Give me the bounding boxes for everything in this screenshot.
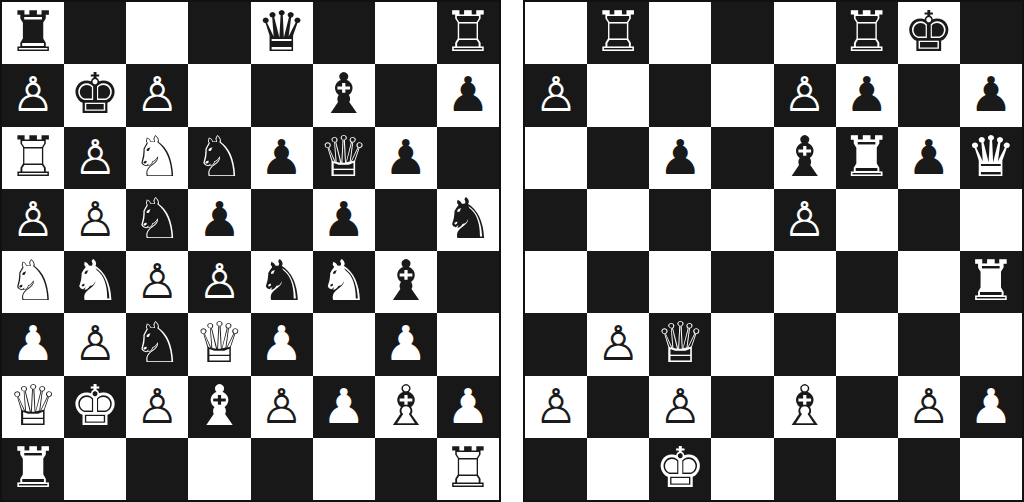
white-bishop-piece: ♗ <box>381 378 431 434</box>
square-a6[interactable] <box>525 127 587 189</box>
square-c8[interactable] <box>126 2 188 64</box>
square-g1[interactable] <box>375 438 437 500</box>
square-e1[interactable] <box>251 438 313 500</box>
white-pawn-piece: ♙ <box>659 382 702 430</box>
square-g8[interactable] <box>375 2 437 64</box>
white-knight-piece: ♞ <box>319 253 369 309</box>
square-e3[interactable]: ♟ <box>251 313 313 375</box>
square-h6[interactable]: ♛ <box>960 127 1022 189</box>
square-b5[interactable] <box>587 189 649 251</box>
black-pawn-piece: ♙ <box>535 70 578 118</box>
black-rook-piece: ♜ <box>8 4 58 60</box>
square-b2[interactable] <box>587 376 649 438</box>
square-c7[interactable] <box>649 64 711 126</box>
white-rook-piece: ♜ <box>966 253 1016 309</box>
square-f2[interactable]: ♟ <box>313 376 375 438</box>
square-e7[interactable]: ♙ <box>774 64 836 126</box>
square-b8[interactable]: ♖ <box>587 2 649 64</box>
white-pawn-piece: ♙ <box>260 382 303 430</box>
square-c4[interactable]: ♙ <box>126 251 188 313</box>
square-d2[interactable] <box>711 376 773 438</box>
square-c3[interactable]: ♕ <box>649 313 711 375</box>
square-f6[interactable]: ♕ <box>313 127 375 189</box>
square-d8[interactable] <box>188 2 250 64</box>
square-c3[interactable]: ♘ <box>126 313 188 375</box>
black-pawn-piece: ♙ <box>12 70 55 118</box>
white-queen-piece: ♕ <box>8 378 58 434</box>
square-c1[interactable]: ♚ <box>649 438 711 500</box>
square-d8[interactable] <box>711 2 773 64</box>
black-pawn-piece: ♙ <box>12 195 55 243</box>
white-knight-piece: ♞ <box>70 253 120 309</box>
black-pawn-piece: ♙ <box>136 70 179 118</box>
square-a2[interactable]: ♙ <box>525 376 587 438</box>
square-h8[interactable] <box>960 2 1022 64</box>
square-h8[interactable]: ♖ <box>437 2 499 64</box>
square-g5[interactable] <box>375 189 437 251</box>
square-b6[interactable]: ♙ <box>64 127 126 189</box>
square-d3[interactable] <box>711 313 773 375</box>
square-b6[interactable] <box>587 127 649 189</box>
black-pawn-piece: ♟ <box>446 70 489 118</box>
white-pawn-piece: ♙ <box>74 319 117 367</box>
white-pawn-piece: ♟ <box>969 382 1012 430</box>
square-h1[interactable] <box>960 438 1022 500</box>
square-b4[interactable] <box>587 251 649 313</box>
square-f4[interactable] <box>836 251 898 313</box>
square-b1[interactable] <box>64 438 126 500</box>
black-knight-piece: ♘ <box>194 129 244 185</box>
square-e8[interactable]: ♛ <box>251 2 313 64</box>
square-f8[interactable] <box>313 2 375 64</box>
square-c5[interactable] <box>649 189 711 251</box>
square-e2[interactable]: ♗ <box>774 376 836 438</box>
square-g7[interactable] <box>898 64 960 126</box>
square-e1[interactable] <box>774 438 836 500</box>
square-c5[interactable]: ♘ <box>126 189 188 251</box>
white-rook-piece: ♜ <box>8 440 58 496</box>
black-bishop-piece: ♝ <box>779 129 829 185</box>
square-b5[interactable]: ♙ <box>64 189 126 251</box>
white-knight-piece: ♘ <box>8 253 58 309</box>
square-g3[interactable]: ♟ <box>375 313 437 375</box>
black-bishop-piece: ♝ <box>319 66 369 122</box>
square-h7[interactable]: ♟ <box>960 64 1022 126</box>
square-h5[interactable]: ♞ <box>437 189 499 251</box>
white-pawn-piece: ♙ <box>907 382 950 430</box>
square-d1[interactable] <box>188 438 250 500</box>
black-pawn-piece: ♙ <box>783 195 826 243</box>
black-knight-piece: ♘ <box>132 191 182 247</box>
square-f2[interactable] <box>836 376 898 438</box>
white-pawn-piece: ♙ <box>597 319 640 367</box>
black-pawn-piece: ♟ <box>384 133 427 181</box>
black-pawn-piece: ♙ <box>783 70 826 118</box>
square-b3[interactable]: ♙ <box>587 313 649 375</box>
square-e8[interactable] <box>774 2 836 64</box>
square-a7[interactable]: ♙ <box>525 64 587 126</box>
square-a8[interactable] <box>525 2 587 64</box>
square-a2[interactable]: ♕ <box>2 376 64 438</box>
square-h3[interactable] <box>437 313 499 375</box>
square-g2[interactable]: ♙ <box>898 376 960 438</box>
square-f1[interactable] <box>836 438 898 500</box>
square-b8[interactable] <box>64 2 126 64</box>
square-c2[interactable]: ♙ <box>126 376 188 438</box>
white-queen-piece: ♛ <box>966 129 1016 185</box>
square-g5[interactable] <box>898 189 960 251</box>
white-pawn-piece: ♟ <box>446 382 489 430</box>
square-a5[interactable] <box>525 189 587 251</box>
square-f7[interactable]: ♟ <box>836 64 898 126</box>
white-pawn-piece: ♟ <box>260 319 303 367</box>
square-e2[interactable]: ♙ <box>251 376 313 438</box>
black-pawn-piece: ♟ <box>260 133 303 181</box>
white-pawn-piece: ♙ <box>136 257 179 305</box>
white-pawn-piece: ♟ <box>12 319 55 367</box>
white-pawn-piece: ♙ <box>535 382 578 430</box>
square-f5[interactable]: ♟ <box>313 189 375 251</box>
black-rook-piece: ♖ <box>593 4 643 60</box>
square-b7[interactable]: ♚ <box>64 64 126 126</box>
square-a4[interactable]: ♘ <box>2 251 64 313</box>
square-c6[interactable]: ♘ <box>126 127 188 189</box>
black-pawn-piece: ♙ <box>74 133 117 181</box>
black-knight-piece: ♞ <box>443 191 493 247</box>
square-a5[interactable]: ♙ <box>2 189 64 251</box>
square-f7[interactable]: ♝ <box>313 64 375 126</box>
white-bishop-piece: ♝ <box>194 378 244 434</box>
square-e5[interactable] <box>251 189 313 251</box>
white-pawn-piece: ♙ <box>74 195 117 243</box>
square-f3[interactable] <box>836 313 898 375</box>
white-rook-piece: ♖ <box>8 129 58 185</box>
white-rook-piece: ♜ <box>842 129 892 185</box>
square-f5[interactable] <box>836 189 898 251</box>
black-rook-piece: ♖ <box>443 4 493 60</box>
square-h6[interactable] <box>437 127 499 189</box>
square-g1[interactable] <box>898 438 960 500</box>
square-h5[interactable] <box>960 189 1022 251</box>
square-d6[interactable]: ♘ <box>188 127 250 189</box>
black-king-piece: ♚ <box>904 4 954 60</box>
square-h7[interactable]: ♟ <box>437 64 499 126</box>
black-pawn-piece: ♟ <box>969 70 1012 118</box>
square-d5[interactable]: ♟ <box>188 189 250 251</box>
square-f3[interactable] <box>313 313 375 375</box>
square-b4[interactable]: ♞ <box>64 251 126 313</box>
square-a8[interactable]: ♜ <box>2 2 64 64</box>
white-pawn-piece: ♟ <box>384 319 427 367</box>
square-d7[interactable] <box>188 64 250 126</box>
square-g3[interactable] <box>898 313 960 375</box>
square-e4[interactable]: ♞ <box>251 251 313 313</box>
square-c4[interactable] <box>649 251 711 313</box>
square-e4[interactable] <box>774 251 836 313</box>
square-e6[interactable]: ♟ <box>251 127 313 189</box>
square-g6[interactable]: ♟ <box>898 127 960 189</box>
square-d3[interactable]: ♕ <box>188 313 250 375</box>
square-h4[interactable] <box>437 251 499 313</box>
square-h4[interactable]: ♜ <box>960 251 1022 313</box>
black-queen-piece: ♛ <box>256 4 306 60</box>
square-a7[interactable]: ♙ <box>2 64 64 126</box>
square-a1[interactable]: ♜ <box>2 438 64 500</box>
left-board: ♜♛♖♙♚♙♝♟♖♙♘♘♟♕♟♙♙♘♟♟♞♘♞♙♙♞♞♝♟♙♘♕♟♟♕♚♙♝♙♟… <box>0 0 501 502</box>
black-pawn-piece: ♟ <box>198 195 241 243</box>
square-b2[interactable]: ♚ <box>64 376 126 438</box>
black-queen-piece: ♕ <box>655 315 705 371</box>
square-f6[interactable]: ♜ <box>836 127 898 189</box>
square-a4[interactable] <box>525 251 587 313</box>
square-d4[interactable] <box>711 251 773 313</box>
black-pawn-piece: ♟ <box>659 133 702 181</box>
square-e5[interactable]: ♙ <box>774 189 836 251</box>
square-d6[interactable] <box>711 127 773 189</box>
black-rook-piece: ♖ <box>842 4 892 60</box>
square-f8[interactable]: ♖ <box>836 2 898 64</box>
square-b3[interactable]: ♙ <box>64 313 126 375</box>
square-a1[interactable] <box>525 438 587 500</box>
square-e6[interactable]: ♝ <box>774 127 836 189</box>
square-b1[interactable] <box>587 438 649 500</box>
square-g7[interactable] <box>375 64 437 126</box>
square-c1[interactable] <box>126 438 188 500</box>
black-pawn-piece: ♟ <box>907 133 950 181</box>
square-d7[interactable] <box>711 64 773 126</box>
black-pawn-piece: ♟ <box>322 195 365 243</box>
square-h2[interactable]: ♟ <box>960 376 1022 438</box>
square-g8[interactable]: ♚ <box>898 2 960 64</box>
white-pawn-piece: ♙ <box>136 382 179 430</box>
square-e3[interactable] <box>774 313 836 375</box>
black-pawn-piece: ♟ <box>845 70 888 118</box>
black-knight-piece: ♘ <box>132 315 182 371</box>
chess-diagram: ♜♛♖♙♚♙♝♟♖♙♘♘♟♕♟♙♙♘♟♟♞♘♞♙♙♞♞♝♟♙♘♕♟♟♕♚♙♝♙♟… <box>0 0 1024 502</box>
black-bishop-piece: ♝ <box>381 253 431 309</box>
square-h1[interactable]: ♖ <box>437 438 499 500</box>
white-queen-piece: ♕ <box>194 315 244 371</box>
square-c2[interactable]: ♙ <box>649 376 711 438</box>
white-king-piece: ♚ <box>70 378 120 434</box>
square-c8[interactable] <box>649 2 711 64</box>
square-d1[interactable] <box>711 438 773 500</box>
square-b7[interactable] <box>587 64 649 126</box>
square-c6[interactable]: ♟ <box>649 127 711 189</box>
square-c7[interactable]: ♙ <box>126 64 188 126</box>
square-g4[interactable] <box>898 251 960 313</box>
black-queen-piece: ♕ <box>319 129 369 185</box>
square-h2[interactable]: ♟ <box>437 376 499 438</box>
white-rook-piece: ♖ <box>443 440 493 496</box>
square-a3[interactable]: ♟ <box>2 313 64 375</box>
square-g2[interactable]: ♗ <box>375 376 437 438</box>
square-d2[interactable]: ♝ <box>188 376 250 438</box>
square-g4[interactable]: ♝ <box>375 251 437 313</box>
white-king-piece: ♚ <box>655 440 705 496</box>
square-f1[interactable] <box>313 438 375 500</box>
black-king-piece: ♚ <box>70 66 120 122</box>
black-pawn-piece: ♙ <box>198 257 241 305</box>
square-d5[interactable] <box>711 189 773 251</box>
square-e7[interactable] <box>251 64 313 126</box>
white-pawn-piece: ♟ <box>322 382 365 430</box>
square-a6[interactable]: ♖ <box>2 127 64 189</box>
right-board: ♖♖♚♙♙♟♟♟♝♜♟♛♙♜♙♕♙♙♗♙♟♚ <box>523 0 1024 502</box>
square-d4[interactable]: ♙ <box>188 251 250 313</box>
square-g6[interactable]: ♟ <box>375 127 437 189</box>
square-f4[interactable]: ♞ <box>313 251 375 313</box>
square-a3[interactable] <box>525 313 587 375</box>
white-bishop-piece: ♗ <box>779 378 829 434</box>
white-knight-piece: ♘ <box>132 129 182 185</box>
black-knight-piece: ♞ <box>256 253 306 309</box>
square-h3[interactable] <box>960 313 1022 375</box>
